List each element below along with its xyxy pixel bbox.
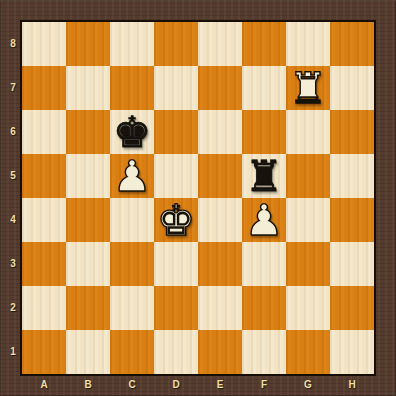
square-g5[interactable] <box>286 154 330 198</box>
square-b6[interactable] <box>66 110 110 154</box>
rank-label-1: 1 <box>0 330 26 374</box>
square-e6[interactable] <box>198 110 242 154</box>
square-c1[interactable] <box>110 330 154 374</box>
rank-label-6: 6 <box>0 110 26 154</box>
piece-black-rook-f5[interactable]: ♜ <box>245 154 284 198</box>
square-h5[interactable] <box>330 154 374 198</box>
square-c8[interactable] <box>110 22 154 66</box>
square-g7[interactable]: ♜ <box>286 66 330 110</box>
square-e2[interactable] <box>198 286 242 330</box>
square-e4[interactable] <box>198 198 242 242</box>
square-c7[interactable] <box>110 66 154 110</box>
square-d5[interactable] <box>154 154 198 198</box>
square-h3[interactable] <box>330 242 374 286</box>
square-h6[interactable] <box>330 110 374 154</box>
piece-white-rook-g7[interactable]: ♜ <box>289 66 328 110</box>
square-f3[interactable] <box>242 242 286 286</box>
rank-label-3: 3 <box>0 242 26 286</box>
square-a5[interactable] <box>22 154 66 198</box>
square-e5[interactable] <box>198 154 242 198</box>
square-f7[interactable] <box>242 66 286 110</box>
rank-label-8: 8 <box>0 22 26 66</box>
file-label-h: H <box>330 374 374 396</box>
square-b4[interactable] <box>66 198 110 242</box>
square-g1[interactable] <box>286 330 330 374</box>
rank-label-5: 5 <box>0 154 26 198</box>
square-a1[interactable] <box>22 330 66 374</box>
square-f1[interactable] <box>242 330 286 374</box>
square-h8[interactable] <box>330 22 374 66</box>
square-d2[interactable] <box>154 286 198 330</box>
square-d1[interactable] <box>154 330 198 374</box>
square-e7[interactable] <box>198 66 242 110</box>
square-c6[interactable]: ♚ <box>110 110 154 154</box>
square-f4[interactable]: ♟ <box>242 198 286 242</box>
square-f8[interactable] <box>242 22 286 66</box>
file-label-c: C <box>110 374 154 396</box>
piece-white-pawn-c5[interactable]: ♟ <box>113 154 152 198</box>
square-c2[interactable] <box>110 286 154 330</box>
square-b7[interactable] <box>66 66 110 110</box>
square-g4[interactable] <box>286 198 330 242</box>
square-f6[interactable] <box>242 110 286 154</box>
square-a8[interactable] <box>22 22 66 66</box>
square-a3[interactable] <box>22 242 66 286</box>
square-b1[interactable] <box>66 330 110 374</box>
square-c5[interactable]: ♟ <box>110 154 154 198</box>
square-g6[interactable] <box>286 110 330 154</box>
square-g3[interactable] <box>286 242 330 286</box>
piece-white-king-d4[interactable]: ♚ <box>157 198 196 242</box>
square-f2[interactable] <box>242 286 286 330</box>
chess-diagram: ♜♚♟♜♚♟ 87654321 ABCDEFGH <box>0 0 396 396</box>
file-label-d: D <box>154 374 198 396</box>
rank-label-4: 4 <box>0 198 26 242</box>
square-h2[interactable] <box>330 286 374 330</box>
square-h4[interactable] <box>330 198 374 242</box>
piece-white-pawn-f4[interactable]: ♟ <box>245 198 284 242</box>
square-f5[interactable]: ♜ <box>242 154 286 198</box>
square-a4[interactable] <box>22 198 66 242</box>
square-d8[interactable] <box>154 22 198 66</box>
square-h7[interactable] <box>330 66 374 110</box>
square-g2[interactable] <box>286 286 330 330</box>
square-d3[interactable] <box>154 242 198 286</box>
file-label-g: G <box>286 374 330 396</box>
square-b8[interactable] <box>66 22 110 66</box>
square-d7[interactable] <box>154 66 198 110</box>
square-g8[interactable] <box>286 22 330 66</box>
square-e3[interactable] <box>198 242 242 286</box>
square-a7[interactable] <box>22 66 66 110</box>
square-c3[interactable] <box>110 242 154 286</box>
file-label-b: B <box>66 374 110 396</box>
file-label-a: A <box>22 374 66 396</box>
square-d6[interactable] <box>154 110 198 154</box>
square-b2[interactable] <box>66 286 110 330</box>
square-h1[interactable] <box>330 330 374 374</box>
square-a6[interactable] <box>22 110 66 154</box>
square-e1[interactable] <box>198 330 242 374</box>
square-b3[interactable] <box>66 242 110 286</box>
square-b5[interactable] <box>66 154 110 198</box>
file-label-f: F <box>242 374 286 396</box>
piece-black-king-c6[interactable]: ♚ <box>113 110 152 154</box>
square-c4[interactable] <box>110 198 154 242</box>
chess-board: ♜♚♟♜♚♟ <box>20 20 376 376</box>
square-e8[interactable] <box>198 22 242 66</box>
rank-label-2: 2 <box>0 286 26 330</box>
file-label-e: E <box>198 374 242 396</box>
square-a2[interactable] <box>22 286 66 330</box>
rank-label-7: 7 <box>0 66 26 110</box>
square-d4[interactable]: ♚ <box>154 198 198 242</box>
